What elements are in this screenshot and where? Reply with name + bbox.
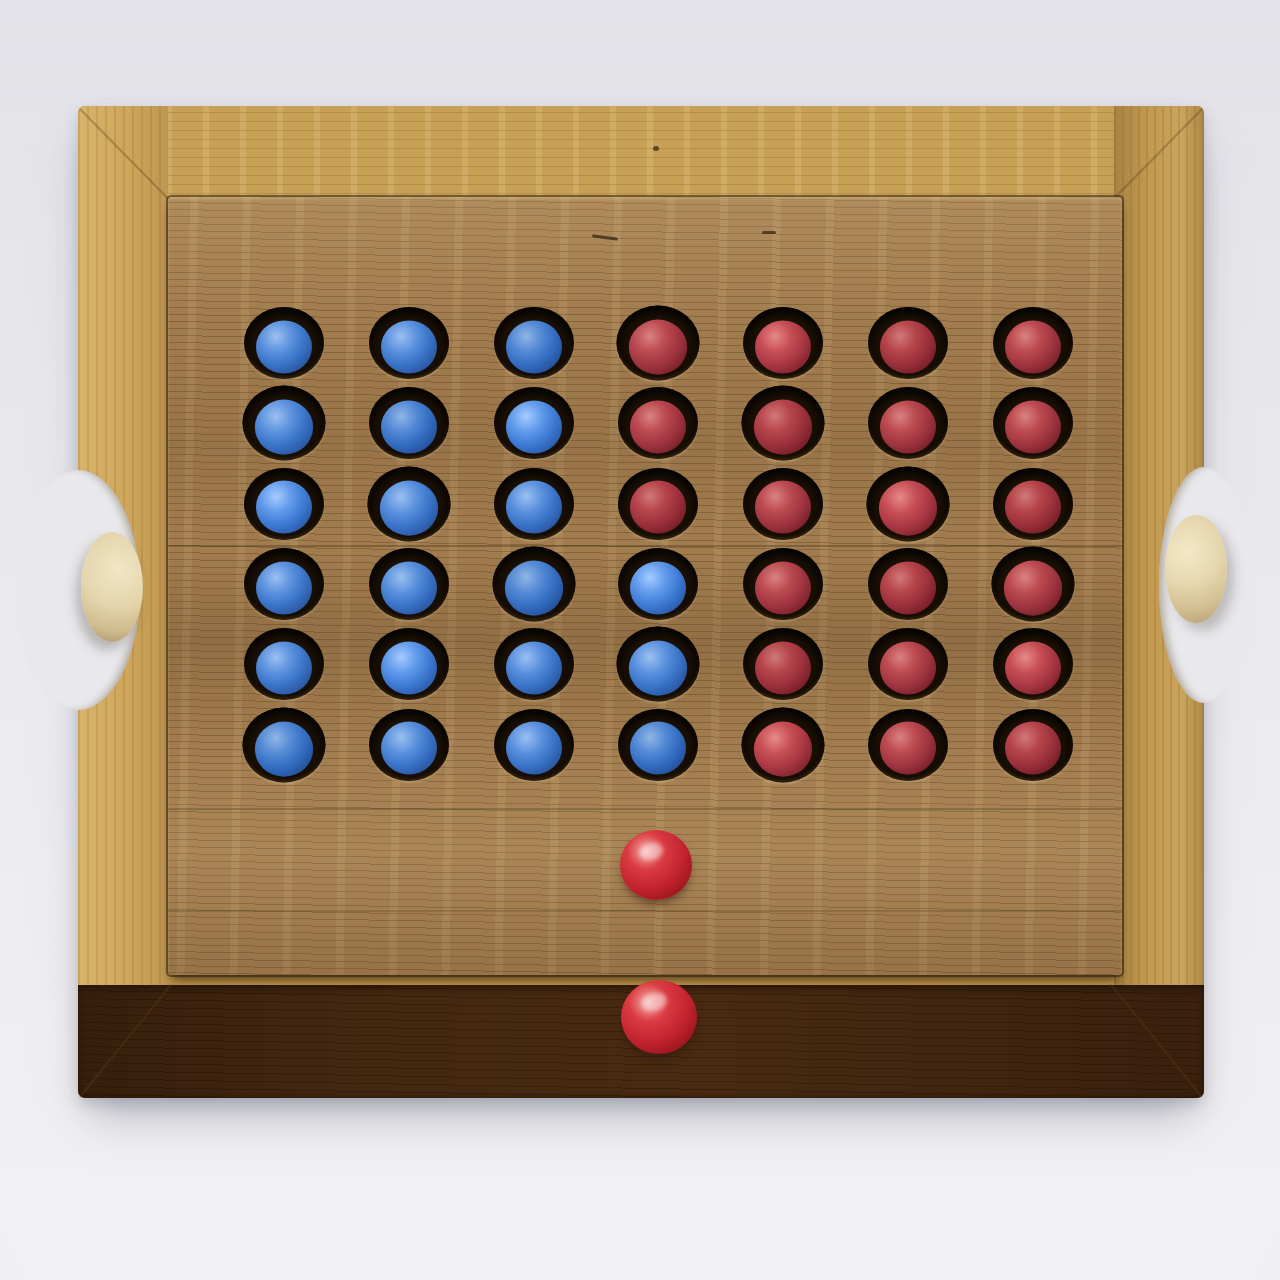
board-cell-r2c5[interactable] xyxy=(721,383,846,463)
hole xyxy=(494,709,574,781)
hole xyxy=(494,468,574,540)
red-ball[interactable] xyxy=(880,320,936,373)
hole xyxy=(367,466,450,541)
board-cell-r1c2[interactable] xyxy=(347,303,472,383)
hole xyxy=(369,387,449,459)
hole xyxy=(618,468,698,540)
hole xyxy=(243,707,326,782)
hole xyxy=(369,709,449,781)
red-ball[interactable] xyxy=(880,401,936,454)
red-ball[interactable] xyxy=(1005,320,1061,373)
red-ball[interactable] xyxy=(755,642,811,695)
wood-scratch xyxy=(762,231,776,234)
hole xyxy=(742,386,825,461)
hole xyxy=(617,306,700,381)
right-knob-handle[interactable] xyxy=(1165,515,1227,623)
hole xyxy=(743,548,823,620)
blue-ball[interactable] xyxy=(629,641,687,696)
red-ball[interactable] xyxy=(630,481,686,534)
blue-ball[interactable] xyxy=(381,320,437,373)
plank-seam xyxy=(168,808,1122,810)
board-cell-r6c7[interactable] xyxy=(970,705,1095,785)
hole xyxy=(494,628,574,700)
board-cell-r5c2[interactable] xyxy=(347,624,472,704)
red-ball[interactable] xyxy=(879,480,937,535)
red-ball[interactable] xyxy=(1005,481,1061,534)
red-ball[interactable] xyxy=(755,561,811,614)
board-cell-r1c4[interactable] xyxy=(596,303,721,383)
hole xyxy=(993,307,1073,379)
red-ball[interactable] xyxy=(755,320,811,373)
board-cell-r5c5[interactable] xyxy=(721,624,846,704)
board-cell-r3c1[interactable] xyxy=(222,464,347,544)
loose-red-ball-rail[interactable] xyxy=(621,980,697,1054)
blue-ball[interactable] xyxy=(256,642,312,695)
board-cell-r2c6[interactable] xyxy=(846,383,971,463)
hole xyxy=(617,627,700,702)
loose-red-ball-tray[interactable] xyxy=(620,830,692,900)
hole xyxy=(244,307,324,379)
board-cell-r2c1[interactable] xyxy=(222,383,347,463)
board-cell-r3c3[interactable] xyxy=(471,464,596,544)
blue-ball[interactable] xyxy=(506,481,562,534)
hole xyxy=(742,707,825,782)
board-cell-r2c4[interactable] xyxy=(596,383,721,463)
blue-ball[interactable] xyxy=(506,722,562,775)
hole xyxy=(993,468,1073,540)
board-cell-r2c7[interactable] xyxy=(970,383,1095,463)
red-ball[interactable] xyxy=(880,561,936,614)
hole xyxy=(743,468,823,540)
blue-ball[interactable] xyxy=(381,561,437,614)
red-ball[interactable] xyxy=(880,722,936,775)
left-knob-handle[interactable] xyxy=(81,532,143,642)
wood-speck xyxy=(653,146,659,151)
red-ball[interactable] xyxy=(754,400,812,455)
blue-ball[interactable] xyxy=(506,320,562,373)
blue-ball[interactable] xyxy=(255,400,313,455)
board-cell-r3c7[interactable] xyxy=(970,464,1095,544)
blue-ball[interactable] xyxy=(506,401,562,454)
board-cell-r2c3[interactable] xyxy=(471,383,596,463)
blue-ball[interactable] xyxy=(255,721,313,776)
blue-ball[interactable] xyxy=(630,561,686,614)
board-cell-r3c2[interactable] xyxy=(347,464,472,544)
hole xyxy=(993,628,1073,700)
board-cell-r4c4[interactable] xyxy=(596,544,721,624)
hole xyxy=(618,548,698,620)
hole xyxy=(244,628,324,700)
board-cell-r4c6[interactable] xyxy=(846,544,971,624)
hole xyxy=(618,709,698,781)
blue-ball[interactable] xyxy=(256,481,312,534)
board-cell-r1c6[interactable] xyxy=(846,303,971,383)
hole xyxy=(868,548,948,620)
board-cell-r3c4[interactable] xyxy=(596,464,721,544)
board-cell-r5c1[interactable] xyxy=(222,624,347,704)
board-cell-r6c5[interactable] xyxy=(721,705,846,785)
game-box-frame xyxy=(78,106,1204,1098)
hole xyxy=(743,307,823,379)
board-cell-r1c5[interactable] xyxy=(721,303,846,383)
red-ball[interactable] xyxy=(880,642,936,695)
hole xyxy=(244,548,324,620)
hole xyxy=(369,628,449,700)
blue-ball[interactable] xyxy=(505,560,563,615)
board-cell-r1c1[interactable] xyxy=(222,303,347,383)
board-cell-r4c3[interactable] xyxy=(471,544,596,624)
blue-ball[interactable] xyxy=(381,401,437,454)
blue-ball[interactable] xyxy=(256,561,312,614)
hole xyxy=(243,386,326,461)
hole xyxy=(868,709,948,781)
board-cell-r3c5[interactable] xyxy=(721,464,846,544)
red-ball[interactable] xyxy=(630,401,686,454)
board-cell-r6c2[interactable] xyxy=(347,705,472,785)
photo-scene xyxy=(0,0,1280,1280)
hole xyxy=(993,387,1073,459)
red-ball[interactable] xyxy=(1005,401,1061,454)
board-cell-r4c7[interactable] xyxy=(970,544,1095,624)
game-board xyxy=(168,197,1122,975)
board-cell-r6c4[interactable] xyxy=(596,705,721,785)
board-cell-r5c3[interactable] xyxy=(471,624,596,704)
blue-ball[interactable] xyxy=(381,722,437,775)
board-cell-r6c3[interactable] xyxy=(471,705,596,785)
plank-seam xyxy=(168,910,1122,912)
hole xyxy=(618,387,698,459)
board-cell-r6c1[interactable] xyxy=(222,705,347,785)
hole xyxy=(868,307,948,379)
hole xyxy=(868,628,948,700)
hole xyxy=(866,466,949,541)
board-cell-r1c7[interactable] xyxy=(970,303,1095,383)
board-cell-r2c2[interactable] xyxy=(347,383,472,463)
hole xyxy=(244,468,324,540)
hole xyxy=(743,628,823,700)
red-ball[interactable] xyxy=(1005,722,1061,775)
blue-ball[interactable] xyxy=(381,642,437,695)
red-ball[interactable] xyxy=(755,481,811,534)
red-ball[interactable] xyxy=(1004,560,1062,615)
hole xyxy=(494,307,574,379)
board-cell-r4c5[interactable] xyxy=(721,544,846,624)
board-cell-r6c6[interactable] xyxy=(846,705,971,785)
board-cell-r5c4[interactable] xyxy=(596,624,721,704)
board-cell-r3c6[interactable] xyxy=(846,464,971,544)
board-cell-r1c3[interactable] xyxy=(471,303,596,383)
board-cell-r5c7[interactable] xyxy=(970,624,1095,704)
blue-ball[interactable] xyxy=(380,480,438,535)
hole xyxy=(492,547,575,622)
board-cell-r5c6[interactable] xyxy=(846,624,971,704)
board-cell-r4c1[interactable] xyxy=(222,544,347,624)
hole xyxy=(369,307,449,379)
blue-ball[interactable] xyxy=(630,722,686,775)
hole xyxy=(369,548,449,620)
red-ball[interactable] xyxy=(754,721,812,776)
board-grid xyxy=(222,303,1095,785)
wood-scratch xyxy=(592,234,618,241)
frame-top-rail xyxy=(78,106,1204,197)
hole xyxy=(868,387,948,459)
hole xyxy=(991,547,1074,622)
hole xyxy=(993,709,1073,781)
blue-ball[interactable] xyxy=(256,320,312,373)
board-cell-r4c2[interactable] xyxy=(347,544,472,624)
red-ball[interactable] xyxy=(1005,642,1061,695)
blue-ball[interactable] xyxy=(506,642,562,695)
hole xyxy=(494,387,574,459)
red-ball[interactable] xyxy=(629,319,687,374)
